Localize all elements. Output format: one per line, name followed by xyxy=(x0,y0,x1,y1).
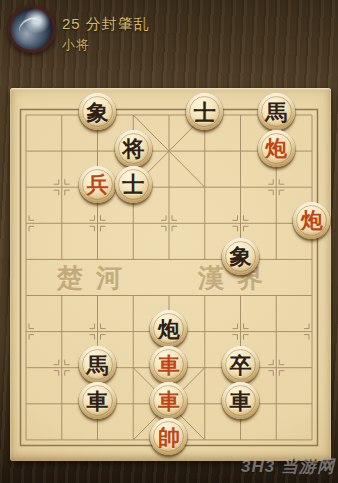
piece-馬-black[interactable]: 馬 xyxy=(79,346,116,383)
piece-glyph: 将 xyxy=(122,137,144,159)
piece-馬-black[interactable]: 馬 xyxy=(258,93,295,130)
piece-glyph: 車 xyxy=(158,390,180,412)
piece-glyph: 車 xyxy=(158,354,180,376)
piece-glyph: 炮 xyxy=(265,137,287,159)
piece-glyph: 馬 xyxy=(86,354,108,376)
piece-glyph: 帥 xyxy=(158,426,180,448)
piece-士-black[interactable]: 士 xyxy=(186,93,223,130)
piece-帥-red[interactable]: 帥 xyxy=(150,418,187,455)
piece-車-red[interactable]: 車 xyxy=(150,346,187,383)
piece-炮-red[interactable]: 炮 xyxy=(258,130,295,167)
piece-兵-red[interactable]: 兵 xyxy=(79,166,116,203)
player-rank-label: 小将 xyxy=(62,36,90,54)
piece-glyph: 馬 xyxy=(265,101,287,123)
piece-glyph: 士 xyxy=(122,173,144,195)
piece-glyph: 象 xyxy=(86,101,108,123)
piece-glyph: 士 xyxy=(194,101,216,123)
piece-glyph: 車 xyxy=(86,390,108,412)
piece-象-black[interactable]: 象 xyxy=(79,93,116,130)
piece-glyph: 車 xyxy=(229,390,251,412)
piece-象-black[interactable]: 象 xyxy=(222,238,259,275)
piece-卒-black[interactable]: 卒 xyxy=(222,346,259,383)
piece-glyph: 兵 xyxy=(86,173,108,195)
piece-将-black[interactable]: 将 xyxy=(115,130,152,167)
site-watermark: 3H3 当游网 xyxy=(241,455,335,478)
piece-車-black[interactable]: 車 xyxy=(79,382,116,419)
piece-炮-black[interactable]: 炮 xyxy=(150,310,187,347)
piece-炮-red[interactable]: 炮 xyxy=(293,202,330,239)
piece-士-black[interactable]: 士 xyxy=(115,166,152,203)
piece-車-black[interactable]: 車 xyxy=(222,382,259,419)
piece-車-red[interactable]: 車 xyxy=(150,382,187,419)
level-title: 25 分封肇乱 xyxy=(62,15,150,34)
app-root: 25 分封肇乱 小将 楚河 漢界 象士馬将炮兵士炮象炮馬車卒車車車帥 3H3 当… xyxy=(0,0,338,483)
piece-glyph: 卒 xyxy=(229,354,251,376)
header: 25 分封肇乱 小将 xyxy=(0,0,338,66)
piece-glyph: 炮 xyxy=(301,209,323,231)
piece-glyph: 象 xyxy=(229,245,251,267)
piece-glyph: 炮 xyxy=(158,318,180,340)
pieces-layer: 象士馬将炮兵士炮象炮馬車卒車車車帥 xyxy=(8,97,330,458)
player-avatar[interactable] xyxy=(8,5,56,53)
xiangqi-board[interactable]: 楚河 漢界 象士馬将炮兵士炮象炮馬車卒車車車帥 xyxy=(10,88,331,461)
